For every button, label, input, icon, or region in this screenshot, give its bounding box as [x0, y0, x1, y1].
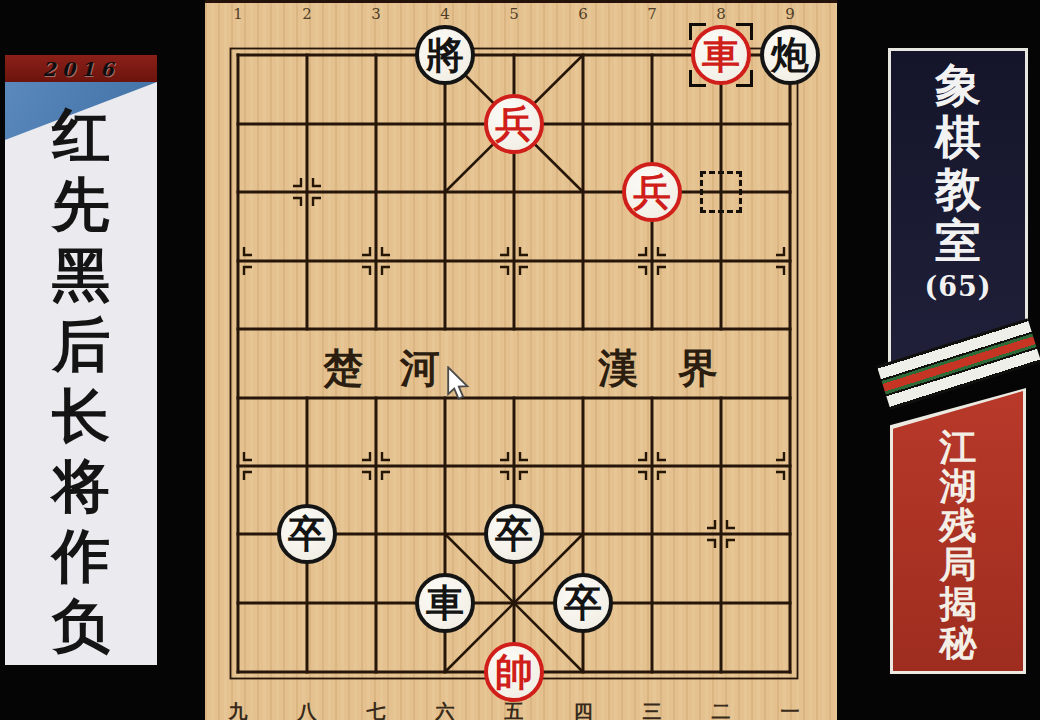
file-label-top: 5: [494, 6, 534, 22]
piece-black-soldier[interactable]: 卒: [277, 504, 337, 564]
file-label-bottom: 九: [218, 703, 258, 719]
series-title-panel: 象棋教室(65): [891, 51, 1025, 368]
caption-char: 后: [52, 316, 110, 374]
file-label-bottom: 四: [563, 703, 603, 719]
caption-char: 红: [52, 106, 110, 164]
file-label-bottom: 七: [356, 703, 396, 719]
piece-red-soldier[interactable]: 兵: [622, 162, 682, 222]
piece-black-general[interactable]: 將: [415, 25, 475, 85]
xiangqi-board[interactable]: 123456789 楚河漢界 將炮卒卒車卒車兵兵帥 九八七六五四三二一: [205, 0, 837, 720]
river-label: 河: [397, 346, 443, 390]
series-title-char: 教: [935, 163, 981, 215]
subtitle-char: 残: [940, 507, 977, 544]
last-move-to-marker: [689, 23, 753, 87]
river-label: 漢: [595, 346, 641, 390]
subtitle-char: 揭: [940, 585, 977, 622]
caption-char: 将: [52, 457, 110, 515]
piece-black-soldier[interactable]: 卒: [553, 573, 613, 633]
caption-char: 长: [52, 387, 110, 445]
file-label-bottom: 一: [770, 703, 810, 719]
year-banner: 2016: [5, 55, 157, 82]
last-move-from-marker: [700, 171, 742, 213]
file-label-bottom: 二: [701, 703, 741, 719]
piece-black-soldier[interactable]: 卒: [484, 504, 544, 564]
subtitle-char: 江: [940, 429, 977, 466]
subtitle-char: 湖: [940, 468, 977, 505]
file-label-top: 8: [701, 6, 741, 22]
piece-red-soldier[interactable]: 兵: [484, 94, 544, 154]
file-label-top: 4: [425, 6, 465, 22]
video-frame: 123456789 楚河漢界 將炮卒卒車卒車兵兵帥 九八七六五四三二一 2016…: [0, 0, 1040, 720]
left-caption-panel: 2016 红先黑后长将作负: [5, 55, 157, 665]
series-title-char: 象: [935, 59, 981, 111]
file-label-top: 1: [218, 6, 258, 22]
file-label-top: 9: [770, 6, 810, 22]
caption-char: 负: [52, 597, 110, 655]
left-caption-text: 红先黑后长将作负: [5, 82, 157, 665]
river-label: 楚: [320, 346, 366, 390]
river-label: 界: [675, 346, 721, 390]
series-title-char: 室: [935, 215, 981, 267]
piece-black-cannon[interactable]: 炮: [760, 25, 820, 85]
file-label-bottom: 八: [287, 703, 327, 719]
subtitle-char: 局: [940, 546, 977, 583]
file-label-top: 7: [632, 6, 672, 22]
subtitle-char: 秘: [940, 624, 977, 661]
piece-red-general[interactable]: 帥: [484, 642, 544, 702]
caption-char: 作: [52, 527, 110, 585]
file-label-top: 2: [287, 6, 327, 22]
episode-subtitle-panel: 江湖残局揭秘: [893, 391, 1023, 671]
file-label-bottom: 六: [425, 703, 465, 719]
series-title-char: 棋: [935, 111, 981, 163]
file-label-bottom: 五: [494, 703, 534, 719]
file-label-top: 3: [356, 6, 396, 22]
file-label-bottom: 三: [632, 703, 672, 719]
file-label-top: 6: [563, 6, 603, 22]
episode-number: (65): [924, 271, 991, 302]
piece-black-chariot[interactable]: 車: [415, 573, 475, 633]
caption-char: 先: [52, 176, 110, 234]
caption-char: 黑: [52, 246, 110, 304]
